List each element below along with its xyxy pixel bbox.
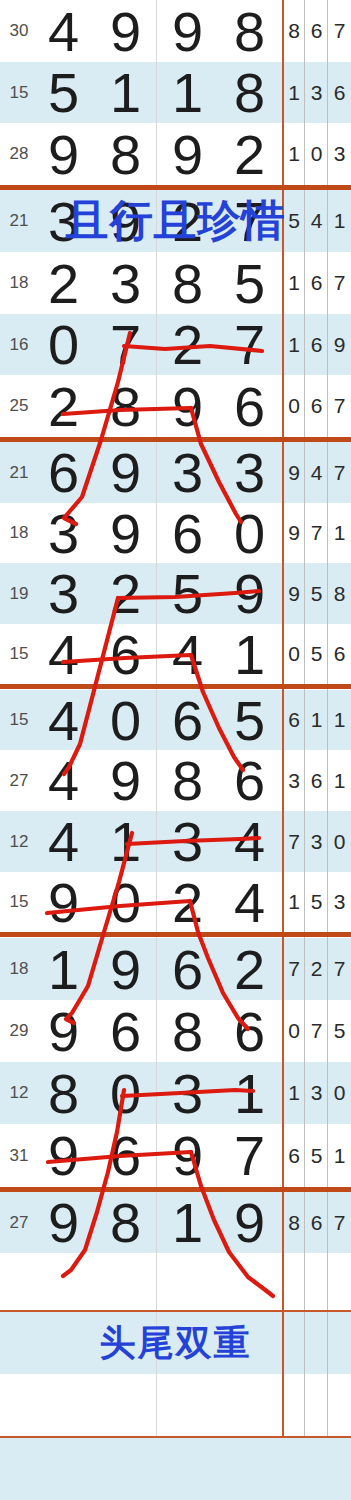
chart-row: 15 4 0 6 5 6 1 1: [0, 690, 351, 750]
small-digit-1: 0: [283, 624, 305, 684]
small-digit-2: 5: [305, 1124, 328, 1187]
big-digit-4: 6: [218, 1000, 280, 1062]
small-digit-3: 7: [328, 252, 351, 314]
small-digit-1: 6: [283, 1124, 305, 1187]
small-digit-3: 6: [328, 62, 351, 123]
big-digit-1: 4: [32, 811, 94, 872]
small-digit-3: 8: [328, 563, 351, 624]
big-digit-2: 1: [94, 62, 156, 123]
big-digit-3: 9: [156, 123, 218, 185]
small-digit-1: 0: [283, 375, 305, 437]
small-digit-1: 9: [283, 442, 305, 503]
big-digit-4: 1: [218, 624, 280, 684]
big-digit-3: 1: [156, 1192, 218, 1253]
separator-thin-2: [0, 1436, 351, 1438]
chart-row: 31 9 6 9 7 6 5 1: [0, 1124, 351, 1187]
chart-row: 16 0 7 2 7 1 6 9: [0, 314, 351, 375]
small-digit-3: 5: [328, 1000, 351, 1062]
big-digit-3: 2: [156, 190, 218, 252]
small-digit-3: 0: [328, 1062, 351, 1124]
row-label: 18: [2, 503, 36, 563]
small-digit-2: 4: [305, 190, 328, 252]
small-digit-2: 7: [305, 503, 328, 563]
small-digit-2: 5: [305, 624, 328, 684]
big-digit-2: 9: [94, 0, 156, 62]
row-label: 27: [2, 1192, 36, 1253]
row-label: 15: [2, 62, 36, 123]
big-digit-2: 6: [94, 1000, 156, 1062]
big-digit-2: 2: [94, 563, 156, 624]
big-digit-2: 6: [94, 1124, 156, 1187]
separator-thick-5: [0, 1187, 351, 1192]
row-label: 31: [2, 1124, 36, 1187]
chart-row: 28 9 8 9 2 1 0 3: [0, 123, 351, 185]
chart-row: 18 3 9 6 0 9 7 1: [0, 503, 351, 563]
big-digit-4: 9: [218, 563, 280, 624]
big-digit-3: 2: [156, 314, 218, 375]
small-digit-1: 3: [283, 750, 305, 811]
big-digit-1: 4: [32, 624, 94, 684]
small-digit-1: 9: [283, 563, 305, 624]
small-digit-3: 3: [328, 872, 351, 932]
small-digit-1: 1: [283, 62, 305, 123]
big-digit-1: 4: [32, 750, 94, 811]
chart-row: 27 4 9 8 6 3 6 1: [0, 750, 351, 811]
separator-thick-1: [0, 185, 351, 190]
row-label: 29: [2, 1000, 36, 1062]
separator-thick-2: [0, 437, 351, 442]
big-digit-3: 2: [156, 872, 218, 932]
small-digit-3: 7: [328, 442, 351, 503]
big-digit-1: 3: [32, 503, 94, 563]
row-label: 27: [2, 750, 36, 811]
big-digit-3: 5: [156, 563, 218, 624]
footer-caption-band: [0, 1312, 351, 1374]
small-digit-3: 1: [328, 503, 351, 563]
small-digit-3: 0: [328, 811, 351, 872]
row-label: 12: [2, 1062, 36, 1124]
chart-row: 19 3 2 5 9 9 5 8: [0, 563, 351, 624]
big-digit-3: 3: [156, 811, 218, 872]
big-digit-4: 9: [218, 1192, 280, 1253]
row-label: 16: [2, 314, 36, 375]
small-digit-2: 2: [305, 938, 328, 1000]
big-digit-3: 9: [156, 0, 218, 62]
big-digit-3: 6: [156, 503, 218, 563]
chart-row: 30 4 9 9 8 8 6 7: [0, 0, 351, 62]
small-digit-3: 1: [328, 190, 351, 252]
big-digit-1: 0: [32, 314, 94, 375]
big-digit-4: 5: [218, 252, 280, 314]
big-digit-1: 2: [32, 252, 94, 314]
lottery-chart: 30 4 9 9 8 8 6 7 15 5 1 1 8 1 3 6 28 9 8…: [0, 0, 351, 1500]
big-digit-1: 1: [32, 938, 94, 1000]
big-digit-2: 9: [94, 442, 156, 503]
big-digit-1: 6: [32, 442, 94, 503]
big-digit-4: 6: [218, 750, 280, 811]
big-digit-4: 2: [218, 123, 280, 185]
big-digit-3: 3: [156, 1062, 218, 1124]
small-digit-1: 9: [283, 503, 305, 563]
grid-vline-right2: [327, 0, 328, 1436]
big-digit-1: 3: [32, 190, 94, 252]
small-digit-1: 1: [283, 123, 305, 185]
small-digit-3: 9: [328, 314, 351, 375]
chart-row: 12 8 0 3 1 1 3 0: [0, 1062, 351, 1124]
big-digit-3: 6: [156, 938, 218, 1000]
big-digit-4: 4: [218, 872, 280, 932]
big-digit-3: 9: [156, 375, 218, 437]
row-label: 15: [2, 690, 36, 750]
big-digit-2: 9: [94, 503, 156, 563]
chart-row: 15 4 6 4 1 0 5 6: [0, 624, 351, 684]
big-digit-3: 4: [156, 624, 218, 684]
row-label: 15: [2, 872, 36, 932]
big-digit-4: 7: [218, 190, 280, 252]
big-digit-3: 1: [156, 62, 218, 123]
small-digit-2: 6: [305, 375, 328, 437]
big-digit-2: 7: [94, 314, 156, 375]
small-digit-1: 1: [283, 872, 305, 932]
big-digit-1: 4: [32, 690, 94, 750]
big-digit-2: 1: [94, 811, 156, 872]
small-digit-1: 6: [283, 690, 305, 750]
chart-row: 18 2 3 8 5 1 6 7: [0, 252, 351, 314]
row-label: 21: [2, 442, 36, 503]
small-digit-2: 6: [305, 252, 328, 314]
chart-row: 21 6 9 3 3 9 4 7: [0, 442, 351, 503]
small-digit-2: 7: [305, 1000, 328, 1062]
big-digit-1: 3: [32, 563, 94, 624]
big-digit-2: 8: [94, 123, 156, 185]
big-digit-1: 9: [32, 872, 94, 932]
bottom-band: [0, 1438, 351, 1500]
chart-row: 18 1 9 6 2 7 2 7: [0, 938, 351, 1000]
small-digit-3: 1: [328, 1124, 351, 1187]
chart-row: 12 4 1 3 4 7 3 0: [0, 811, 351, 872]
separator-thick-4: [0, 932, 351, 937]
big-digit-3: 8: [156, 750, 218, 811]
big-digit-2: 9: [94, 190, 156, 252]
small-digit-1: 8: [283, 0, 305, 62]
row-label: 28: [2, 123, 36, 185]
chart-row: 27 9 8 1 9 8 6 7: [0, 1192, 351, 1253]
big-digit-4: 2: [218, 938, 280, 1000]
small-digit-2: 0: [305, 123, 328, 185]
small-digit-1: 0: [283, 1000, 305, 1062]
big-digit-4: 5: [218, 690, 280, 750]
big-digit-3: 8: [156, 1000, 218, 1062]
small-digit-2: 4: [305, 442, 328, 503]
big-digit-2: 3: [94, 252, 156, 314]
big-digit-4: 8: [218, 0, 280, 62]
small-digit-2: 6: [305, 0, 328, 62]
big-digit-1: 4: [32, 0, 94, 62]
big-digit-1: 5: [32, 62, 94, 123]
small-digit-1: 1: [283, 1062, 305, 1124]
small-digit-3: 1: [328, 750, 351, 811]
big-digit-3: 3: [156, 442, 218, 503]
row-label: 18: [2, 252, 36, 314]
grid-vline-middle: [156, 0, 157, 1436]
big-digit-4: 8: [218, 62, 280, 123]
big-digit-1: 9: [32, 123, 94, 185]
separator-thick-3: [0, 684, 351, 689]
row-label: 19: [2, 563, 36, 624]
chart-row: 15 5 1 1 8 1 3 6: [0, 62, 351, 123]
small-digit-2: 5: [305, 872, 328, 932]
big-digit-2: 9: [94, 938, 156, 1000]
big-digit-2: 0: [94, 1062, 156, 1124]
big-digit-2: 8: [94, 1192, 156, 1253]
small-digit-2: 6: [305, 1192, 328, 1253]
small-digit-1: 5: [283, 190, 305, 252]
chart-row: 21 3 9 2 7 5 4 1: [0, 190, 351, 252]
big-digit-2: 8: [94, 375, 156, 437]
separator-thin-1: [0, 1310, 351, 1312]
small-digit-2: 5: [305, 563, 328, 624]
small-digit-3: 7: [328, 1192, 351, 1253]
big-digit-2: 6: [94, 624, 156, 684]
big-digit-4: 4: [218, 811, 280, 872]
small-digit-3: 6: [328, 624, 351, 684]
chart-row: 15 9 0 2 4 1 5 3: [0, 872, 351, 932]
big-digit-4: 3: [218, 442, 280, 503]
big-digit-1: 8: [32, 1062, 94, 1124]
big-digit-4: 0: [218, 503, 280, 563]
small-digit-1: 7: [283, 938, 305, 1000]
chart-row: 25 2 8 9 6 0 6 7: [0, 375, 351, 437]
row-label: 30: [2, 0, 36, 62]
small-digit-3: 3: [328, 123, 351, 185]
small-digit-1: 1: [283, 314, 305, 375]
small-digit-2: 3: [305, 62, 328, 123]
grid-vline-right1: [304, 0, 305, 1436]
big-digit-1: 9: [32, 1124, 94, 1187]
big-digit-2: 0: [94, 690, 156, 750]
big-digit-4: 7: [218, 314, 280, 375]
small-digit-1: 1: [283, 252, 305, 314]
big-digit-1: 9: [32, 1000, 94, 1062]
small-digit-2: 6: [305, 314, 328, 375]
small-digit-3: 1: [328, 690, 351, 750]
chart-row: 29 9 6 8 6 0 7 5: [0, 1000, 351, 1062]
small-digit-3: 7: [328, 0, 351, 62]
big-digit-1: 2: [32, 375, 94, 437]
small-digit-2: 3: [305, 1062, 328, 1124]
row-label: 25: [2, 375, 36, 437]
big-digit-2: 9: [94, 750, 156, 811]
small-digit-3: 7: [328, 375, 351, 437]
row-label: 21: [2, 190, 36, 252]
small-digit-2: 3: [305, 811, 328, 872]
big-digit-3: 8: [156, 252, 218, 314]
big-digit-3: 9: [156, 1124, 218, 1187]
small-digit-1: 7: [283, 811, 305, 872]
big-digit-4: 6: [218, 375, 280, 437]
big-digit-4: 1: [218, 1062, 280, 1124]
big-digit-2: 0: [94, 872, 156, 932]
big-digit-1: 9: [32, 1192, 94, 1253]
small-digit-1: 8: [283, 1192, 305, 1253]
small-digit-3: 7: [328, 938, 351, 1000]
row-label: 18: [2, 938, 36, 1000]
row-label: 12: [2, 811, 36, 872]
grid-vline-orange: [282, 0, 284, 1436]
big-digit-3: 6: [156, 690, 218, 750]
row-label: 15: [2, 624, 36, 684]
small-digit-2: 6: [305, 750, 328, 811]
big-digit-4: 7: [218, 1124, 280, 1187]
small-digit-2: 1: [305, 690, 328, 750]
